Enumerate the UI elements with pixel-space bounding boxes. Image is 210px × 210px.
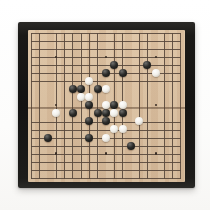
black-stone-cell[interactable] — [127, 142, 135, 150]
black-stone[interactable] — [69, 109, 77, 117]
black-stone-cell[interactable] — [44, 133, 52, 141]
black-stone[interactable] — [143, 61, 151, 69]
white-stone[interactable] — [119, 101, 127, 109]
white-stone-cell[interactable] — [77, 93, 85, 101]
black-stone[interactable] — [110, 61, 118, 69]
black-stone[interactable] — [85, 117, 93, 125]
white-stone-cell[interactable] — [110, 109, 118, 117]
black-stone-cell[interactable] — [69, 109, 77, 117]
white-stone-cell[interactable] — [85, 93, 93, 101]
black-stone-cell[interactable] — [94, 109, 102, 117]
black-stone[interactable] — [110, 101, 118, 109]
star-point-cell — [152, 150, 160, 158]
white-stone[interactable] — [102, 134, 110, 142]
product-photo — [0, 0, 210, 210]
white-stone[interactable] — [152, 69, 160, 77]
black-stone-cell[interactable] — [110, 61, 118, 69]
white-stone[interactable] — [102, 85, 110, 93]
black-stone[interactable] — [77, 85, 85, 93]
white-stone-cell[interactable] — [152, 69, 160, 77]
white-stone-cell[interactable] — [135, 117, 143, 125]
star-point — [55, 104, 57, 106]
star-point-cell — [52, 101, 60, 109]
white-stone-cell[interactable] — [102, 133, 110, 141]
white-stone-cell[interactable] — [102, 85, 110, 93]
white-stone-cell[interactable] — [118, 125, 126, 133]
black-stone-cell[interactable] — [118, 109, 126, 117]
star-point-cell — [102, 53, 110, 61]
star-point-cell — [52, 53, 60, 61]
white-stone[interactable] — [85, 93, 93, 101]
white-stone-cell[interactable] — [85, 77, 93, 85]
black-stone-cell[interactable] — [85, 133, 93, 141]
black-stone[interactable] — [127, 142, 135, 150]
black-stone-cell[interactable] — [94, 85, 102, 93]
white-stone[interactable] — [52, 109, 60, 117]
black-stone[interactable] — [102, 69, 110, 77]
black-stone-cell[interactable] — [85, 101, 93, 109]
goban-grid[interactable] — [27, 28, 185, 182]
board-frame — [18, 22, 195, 188]
white-stone-cell[interactable] — [52, 109, 60, 117]
black-stone[interactable] — [85, 101, 93, 109]
star-point — [55, 56, 57, 58]
black-stone-cell[interactable] — [69, 85, 77, 93]
star-point — [155, 104, 157, 106]
star-point-cell — [52, 150, 60, 158]
white-stone[interactable] — [119, 125, 127, 133]
black-stone[interactable] — [94, 85, 102, 93]
black-stone[interactable] — [94, 109, 102, 117]
white-stone[interactable] — [77, 93, 85, 101]
black-stone[interactable] — [85, 134, 93, 142]
black-stone-cell[interactable] — [85, 117, 93, 125]
black-stone[interactable] — [119, 109, 127, 117]
board-surface — [28, 30, 185, 182]
white-stone-cell[interactable] — [118, 101, 126, 109]
black-stone-cell[interactable] — [118, 69, 126, 77]
black-stone[interactable] — [102, 117, 110, 125]
star-point-cell — [152, 53, 160, 61]
black-stone-cell[interactable] — [77, 85, 85, 93]
star-point-cell — [152, 101, 160, 109]
black-stone-cell[interactable] — [102, 117, 110, 125]
black-stone-cell[interactable] — [110, 101, 118, 109]
star-point — [105, 152, 107, 154]
star-point-cell — [102, 150, 110, 158]
white-stone-cell[interactable] — [102, 101, 110, 109]
star-point — [105, 56, 107, 58]
black-stone[interactable] — [44, 134, 52, 142]
black-stone-cell[interactable] — [102, 109, 110, 117]
black-stone-cell[interactable] — [102, 69, 110, 77]
white-stone[interactable] — [110, 125, 118, 133]
star-point — [155, 56, 157, 58]
star-point — [55, 152, 57, 154]
black-stone[interactable] — [69, 85, 77, 93]
white-stone[interactable] — [102, 101, 110, 109]
black-stone[interactable] — [102, 109, 110, 117]
white-stone[interactable] — [110, 109, 118, 117]
black-stone[interactable] — [119, 69, 127, 77]
star-point — [155, 152, 157, 154]
white-stone-cell[interactable] — [110, 125, 118, 133]
white-stone[interactable] — [135, 117, 143, 125]
black-stone-cell[interactable] — [143, 61, 151, 69]
white-stone[interactable] — [85, 77, 93, 85]
